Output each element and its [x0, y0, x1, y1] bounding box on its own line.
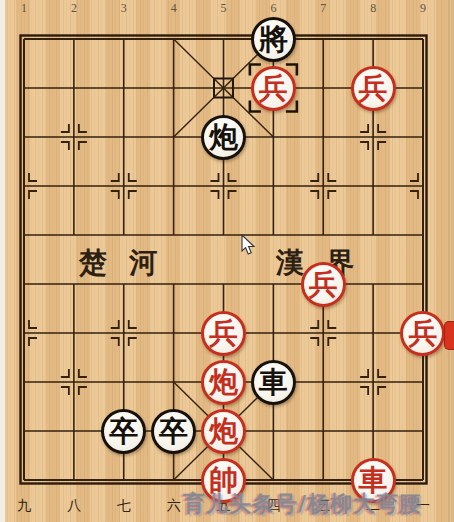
mouse-cursor-icon [241, 234, 257, 256]
piece-red-兵-f7r5[interactable]: 兵 [301, 262, 346, 307]
piece-black-車-f6r7[interactable]: 車 [251, 360, 296, 405]
piece-red-兵-f6r1[interactable]: 兵 [251, 66, 296, 111]
xiangqi-board[interactable]: 將炮車卒卒兵兵兵兵兵炮炮帥車 [0, 15, 448, 505]
piece-black-卒-f3r8[interactable]: 卒 [101, 409, 146, 454]
piece-black-炮-f5r2[interactable]: 炮 [201, 115, 246, 160]
piece-black-將-f6r0[interactable]: 將 [251, 17, 296, 62]
watermark-text: 育儿头条号/杨柳大弯腰 [183, 489, 422, 519]
xiangqi-app-screen: 123456789 九八七六五四三二一 楚河漢界 將炮車卒卒兵兵兵兵兵炮炮帥車 … [0, 0, 454, 522]
piece-red-兵-f9r6[interactable]: 兵 [400, 311, 445, 356]
edge-red-marker [444, 321, 454, 350]
piece-red-兵-f5r6[interactable]: 兵 [201, 311, 246, 356]
piece-red-兵-f8r1[interactable]: 兵 [351, 66, 396, 111]
piece-black-卒-f4r8[interactable]: 卒 [151, 409, 196, 454]
piece-red-炮-f5r8[interactable]: 炮 [201, 409, 246, 454]
piece-red-炮-f5r7[interactable]: 炮 [201, 360, 246, 405]
